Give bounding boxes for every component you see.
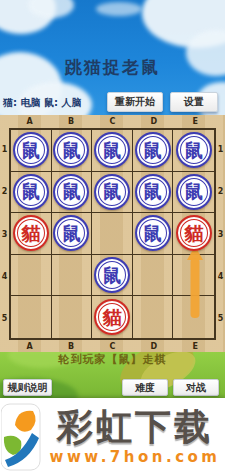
- settings-button[interactable]: 设置: [170, 92, 218, 112]
- board-cell-E1[interactable]: 鼠: [173, 130, 214, 172]
- row-label-1: 1: [216, 128, 225, 170]
- mouse-piece-E1[interactable]: 鼠: [176, 132, 212, 168]
- row-label-3: 3: [216, 213, 225, 255]
- row-label-5: 5: [216, 298, 225, 340]
- board-cell-C2[interactable]: 鼠: [92, 172, 133, 214]
- restart-button[interactable]: 重新开始: [107, 92, 163, 112]
- board-cell-D5[interactable]: [133, 296, 174, 338]
- col-label-D: D: [133, 115, 174, 128]
- col-label-E: E: [175, 340, 216, 352]
- watermark-url: www.7hon.com: [50, 448, 221, 466]
- mouse-piece-B3[interactable]: 鼠: [53, 215, 89, 251]
- row-label-5: 5: [0, 298, 9, 340]
- cat-piece-E3[interactable]: 貓: [176, 215, 212, 251]
- col-label-A: A: [9, 340, 50, 352]
- row-labels-right: 12345: [216, 128, 225, 340]
- board-cell-E3[interactable]: 貓: [173, 213, 214, 255]
- col-label-C: C: [92, 115, 133, 128]
- watermark-site-name: 彩虹下载: [57, 407, 213, 447]
- game-title: 跳猫捉老鼠: [0, 56, 225, 79]
- header-info-row: 猫: 电脑 鼠: 人脑 重新开始 设置: [0, 92, 225, 114]
- row-label-2: 2: [216, 170, 225, 212]
- game-board: ABCDE 12345 鼠鼠鼠鼠鼠鼠鼠鼠鼠鼠貓鼠鼠貓鼠貓 12345 ABCDE: [0, 115, 225, 352]
- col-label-B: B: [50, 115, 91, 128]
- col-label-D: D: [133, 340, 174, 352]
- board-cell-E2[interactable]: 鼠: [173, 172, 214, 214]
- col-label-A: A: [9, 115, 50, 128]
- board-cell-A5[interactable]: [11, 296, 52, 338]
- board-cell-D3[interactable]: 鼠: [133, 213, 174, 255]
- board-cell-C3[interactable]: [92, 213, 133, 255]
- mouse-piece-A2[interactable]: 鼠: [13, 174, 49, 210]
- column-labels-bottom: ABCDE: [9, 340, 216, 352]
- mouse-piece-A1[interactable]: 鼠: [13, 132, 49, 168]
- row-labels-left: 12345: [0, 128, 9, 340]
- board-cell-A2[interactable]: 鼠: [11, 172, 52, 214]
- players-label: 猫: 电脑 鼠: 人脑: [3, 96, 81, 110]
- mouse-piece-C4[interactable]: 鼠: [94, 257, 130, 293]
- mouse-piece-B1[interactable]: 鼠: [53, 132, 89, 168]
- col-label-B: B: [50, 340, 91, 352]
- last-move-arrow-icon: [186, 246, 204, 320]
- board-cell-B5[interactable]: [52, 296, 93, 338]
- mouse-piece-D1[interactable]: 鼠: [135, 132, 171, 168]
- row-label-1: 1: [0, 128, 9, 170]
- board-grid: 鼠鼠鼠鼠鼠鼠鼠鼠鼠鼠貓鼠鼠貓鼠貓: [9, 128, 216, 340]
- sky-background: 跳猫捉老鼠 猫: 电脑 鼠: 人脑 重新开始 设置: [0, 0, 225, 115]
- mouse-piece-D2[interactable]: 鼠: [135, 174, 171, 210]
- board-cell-A1[interactable]: 鼠: [11, 130, 52, 172]
- mouse-piece-C2[interactable]: 鼠: [94, 174, 130, 210]
- rules-button[interactable]: 规则说明: [3, 379, 52, 396]
- board-cell-D1[interactable]: 鼠: [133, 130, 174, 172]
- column-labels-top: ABCDE: [9, 115, 216, 128]
- battle-button[interactable]: 对战: [173, 379, 219, 396]
- row-label-4: 4: [216, 255, 225, 297]
- board-cell-B4[interactable]: [52, 255, 93, 297]
- col-label-E: E: [175, 115, 216, 128]
- cloud: [96, 2, 142, 16]
- mouse-piece-B2[interactable]: 鼠: [53, 174, 89, 210]
- row-label-4: 4: [0, 255, 9, 297]
- board-cell-B1[interactable]: 鼠: [52, 130, 93, 172]
- rainbow-download-logo-icon: [1, 403, 41, 471]
- row-label-3: 3: [0, 213, 9, 255]
- board-cell-D4[interactable]: [133, 255, 174, 297]
- difficulty-button[interactable]: 难度: [122, 379, 168, 396]
- mouse-piece-E2[interactable]: 鼠: [176, 174, 212, 210]
- board-cell-D2[interactable]: 鼠: [133, 172, 174, 214]
- cat-piece-C5[interactable]: 貓: [94, 299, 130, 335]
- grass-strip: 轮到玩家【鼠】走棋 规则说明 难度 对战: [0, 352, 225, 398]
- board-cell-A4[interactable]: [11, 255, 52, 297]
- turn-status-text: 轮到玩家【鼠】走棋: [0, 352, 225, 367]
- app-screen: 跳猫捉老鼠 猫: 电脑 鼠: 人脑 重新开始 设置 ABCDE 12345 鼠鼠…: [0, 0, 225, 475]
- watermark-text: 彩虹下载 www.7hon.com: [45, 407, 225, 466]
- board-cell-B2[interactable]: 鼠: [52, 172, 93, 214]
- board-cell-B3[interactable]: 鼠: [52, 213, 93, 255]
- mouse-piece-D3[interactable]: 鼠: [135, 215, 171, 251]
- board-cell-C5[interactable]: 貓: [92, 296, 133, 338]
- board-cell-C1[interactable]: 鼠: [92, 130, 133, 172]
- cat-piece-A3[interactable]: 貓: [13, 215, 49, 251]
- mouse-piece-C1[interactable]: 鼠: [94, 132, 130, 168]
- row-label-2: 2: [0, 170, 9, 212]
- board-cell-A3[interactable]: 貓: [11, 213, 52, 255]
- col-label-C: C: [92, 340, 133, 352]
- board-cell-C4[interactable]: 鼠: [92, 255, 133, 297]
- watermark-banner: 彩虹下载 www.7hon.com: [0, 398, 225, 475]
